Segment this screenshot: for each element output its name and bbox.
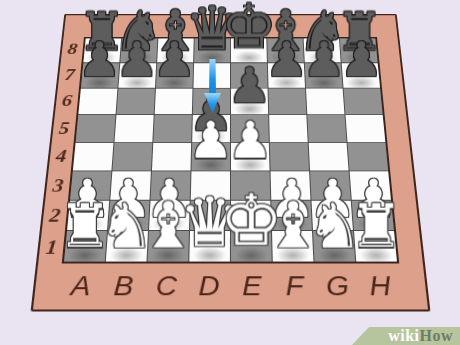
square-g1: ♞ bbox=[313, 231, 355, 262]
wikihow-watermark-how: How bbox=[420, 327, 454, 345]
square-d4: ♟ bbox=[191, 143, 230, 170]
wikihow-watermark: wikiHow bbox=[352, 327, 460, 345]
rank-label-5: 5 bbox=[51, 115, 76, 143]
square-f4 bbox=[269, 143, 308, 170]
square-b7: ♟ bbox=[118, 63, 156, 88]
square-h7: ♟ bbox=[341, 63, 379, 88]
move-arrow-icon bbox=[201, 59, 224, 115]
piece-white-pawn: ♟ bbox=[188, 115, 233, 166]
square-b4 bbox=[112, 143, 152, 170]
square-b6 bbox=[116, 89, 154, 115]
rank-label-6: 6 bbox=[54, 88, 78, 115]
file-label-b: B bbox=[100, 265, 145, 307]
square-c5 bbox=[153, 115, 191, 142]
chess-illustration: 87654321 ♜♞♝♛♚♝♞♜♟♟♟♟♟♟♟♟♟♟♟♟♟♟♟♟♜♞♝♛♚♝♞… bbox=[0, 0, 460, 345]
piece-black-pawn: ♟ bbox=[339, 36, 382, 84]
file-label-d: D bbox=[187, 265, 230, 307]
file-label-a: A bbox=[57, 265, 103, 307]
board-grid: ♜♞♝♛♚♝♞♜♟♟♟♟♟♟♟♟♟♟♟♟♟♟♟♟♜♞♝♛♚♝♞♜ bbox=[61, 37, 399, 263]
square-a4 bbox=[72, 143, 113, 170]
chess-board: 87654321 ♜♞♝♛♚♝♞♜♟♟♟♟♟♟♟♟♟♟♟♟♟♟♟♟♜♞♝♛♚♝♞… bbox=[30, 14, 430, 312]
square-e4: ♟ bbox=[230, 143, 269, 170]
square-a5 bbox=[75, 115, 115, 142]
file-label-h: H bbox=[357, 265, 403, 307]
piece-black-pawn: ♟ bbox=[227, 62, 271, 111]
file-label-g: G bbox=[314, 265, 359, 307]
piece-black-pawn: ♟ bbox=[152, 36, 195, 84]
square-g4 bbox=[308, 143, 348, 170]
square-b5 bbox=[114, 115, 153, 142]
rank-label-4: 4 bbox=[48, 142, 73, 171]
piece-black-pawn: ♟ bbox=[115, 36, 158, 84]
square-a6 bbox=[78, 89, 117, 115]
square-h4 bbox=[347, 143, 388, 170]
file-label-f: F bbox=[272, 265, 316, 307]
square-g5 bbox=[307, 115, 346, 142]
square-h6 bbox=[343, 89, 382, 115]
square-a7: ♟ bbox=[80, 63, 118, 88]
wikihow-watermark-wiki: wiki bbox=[388, 327, 419, 345]
piece-black-pawn: ♟ bbox=[78, 36, 121, 84]
piece-white-pawn: ♟ bbox=[227, 115, 272, 166]
square-f5 bbox=[269, 115, 307, 142]
file-label-c: C bbox=[143, 265, 187, 307]
square-h1: ♜ bbox=[354, 231, 397, 262]
square-g6 bbox=[306, 89, 344, 115]
square-c6 bbox=[154, 89, 192, 115]
file-label-e: E bbox=[230, 265, 273, 307]
square-f7: ♟ bbox=[267, 63, 304, 88]
square-f6 bbox=[268, 89, 306, 115]
square-h5 bbox=[345, 115, 385, 142]
piece-white-rook: ♜ bbox=[349, 197, 403, 257]
square-c7: ♟ bbox=[155, 63, 192, 88]
square-g7: ♟ bbox=[304, 63, 342, 88]
file-labels: ABCDEFGH bbox=[57, 265, 403, 307]
piece-black-pawn: ♟ bbox=[302, 36, 345, 84]
square-c4 bbox=[151, 143, 190, 170]
